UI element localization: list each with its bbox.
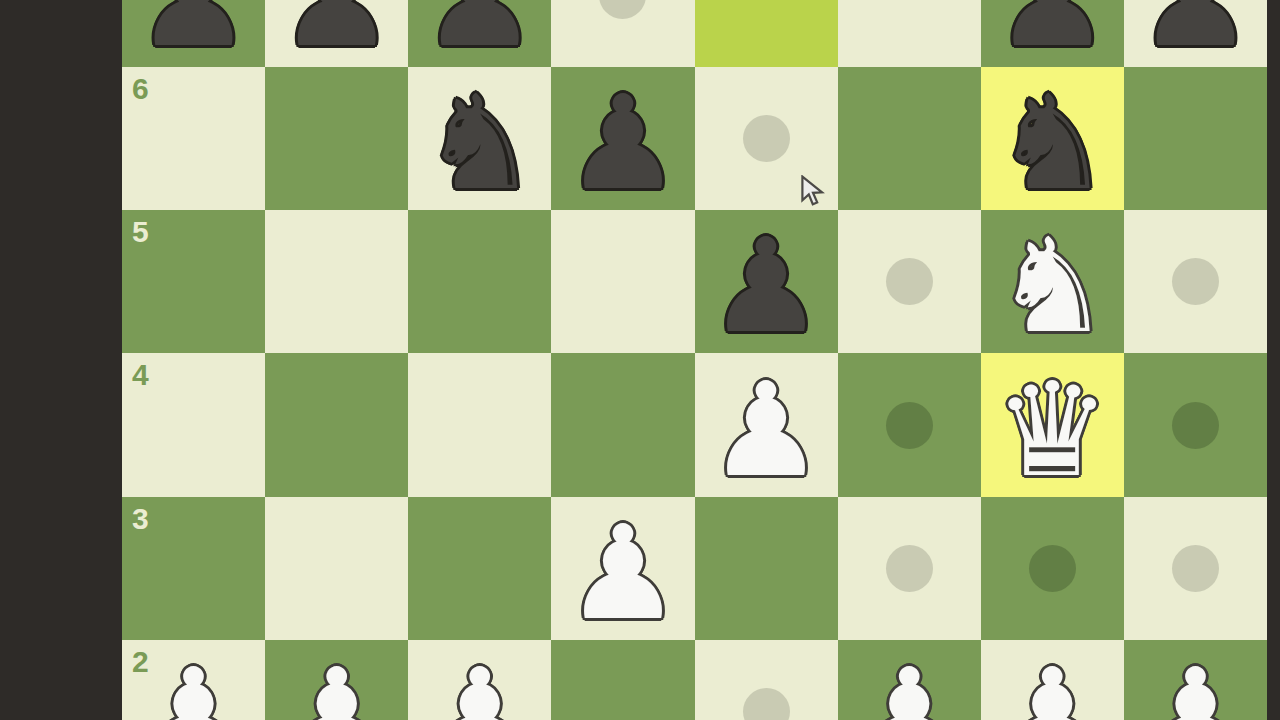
square-g5[interactable]: ♞ — [981, 210, 1124, 353]
white-queen[interactable]: ♛ — [994, 359, 1111, 502]
black-pawn[interactable]: ♟ — [994, 0, 1111, 72]
move-hint-dot[interactable] — [743, 115, 790, 162]
black-pawn[interactable]: ♟ — [565, 72, 682, 215]
square-e2[interactable] — [695, 640, 838, 720]
white-pawn[interactable]: ♟ — [565, 502, 682, 645]
rank-label-4: 4 — [132, 358, 149, 392]
square-b5[interactable] — [265, 210, 408, 353]
square-e5[interactable]: ♟ — [695, 210, 838, 353]
white-pawn[interactable]: ♟ — [135, 645, 252, 720]
left-gutter — [0, 0, 122, 720]
rank-label-3: 3 — [132, 502, 149, 536]
square-d3[interactable]: ♟ — [551, 497, 694, 640]
square-b7[interactable]: ♟ — [265, 0, 408, 67]
square-a4[interactable]: 4 — [122, 353, 265, 496]
move-hint-dot[interactable] — [1029, 545, 1076, 592]
square-e7[interactable] — [695, 0, 838, 67]
square-d4[interactable] — [551, 353, 694, 496]
black-pawn[interactable]: ♟ — [1137, 0, 1254, 72]
square-h4[interactable] — [1124, 353, 1267, 496]
square-g6[interactable]: ♞ — [981, 67, 1124, 210]
move-hint-dot[interactable] — [1172, 258, 1219, 305]
square-f5[interactable] — [838, 210, 981, 353]
square-g7[interactable]: ♟ — [981, 0, 1124, 67]
square-a3[interactable]: 3 — [122, 497, 265, 640]
square-c7[interactable]: ♟ — [408, 0, 551, 67]
move-hint-dot[interactable] — [1172, 402, 1219, 449]
square-f3[interactable] — [838, 497, 981, 640]
square-e3[interactable] — [695, 497, 838, 640]
square-g4[interactable]: ♛ — [981, 353, 1124, 496]
square-a6[interactable]: 6 — [122, 67, 265, 210]
white-pawn[interactable]: ♟ — [422, 645, 539, 720]
square-d7[interactable] — [551, 0, 694, 67]
square-d5[interactable] — [551, 210, 694, 353]
square-b3[interactable] — [265, 497, 408, 640]
move-hint-dot[interactable] — [886, 402, 933, 449]
rank-label-6: 6 — [132, 72, 149, 106]
square-c6[interactable]: ♞ — [408, 67, 551, 210]
mouse-cursor — [800, 175, 828, 207]
square-f7[interactable] — [838, 0, 981, 67]
square-h3[interactable] — [1124, 497, 1267, 640]
square-g3[interactable] — [981, 497, 1124, 640]
white-pawn[interactable]: ♟ — [851, 645, 968, 720]
square-g2[interactable]: ♟ — [981, 640, 1124, 720]
white-knight[interactable]: ♞ — [994, 215, 1111, 358]
move-hint-dot[interactable] — [599, 0, 646, 19]
chess-board[interactable]: 7♟♟♟♟♟6♞♟♞5♟♞4♟♛3♟2♟♟♟♟♟♟ — [122, 0, 1267, 720]
square-a7[interactable]: 7♟ — [122, 0, 265, 67]
square-h6[interactable] — [1124, 67, 1267, 210]
square-c4[interactable] — [408, 353, 551, 496]
square-b2[interactable]: ♟ — [265, 640, 408, 720]
square-d6[interactable]: ♟ — [551, 67, 694, 210]
square-c3[interactable] — [408, 497, 551, 640]
square-e4[interactable]: ♟ — [695, 353, 838, 496]
rank-label-5: 5 — [132, 215, 149, 249]
black-pawn[interactable]: ♟ — [278, 0, 395, 72]
square-c5[interactable] — [408, 210, 551, 353]
move-hint-dot[interactable] — [886, 545, 933, 592]
white-pawn[interactable]: ♟ — [708, 359, 825, 502]
black-pawn[interactable]: ♟ — [135, 0, 252, 72]
white-pawn[interactable]: ♟ — [278, 645, 395, 720]
move-hint-dot[interactable] — [743, 688, 790, 720]
right-gutter — [1267, 0, 1280, 720]
black-knight[interactable]: ♞ — [422, 72, 539, 215]
square-h5[interactable] — [1124, 210, 1267, 353]
square-a5[interactable]: 5 — [122, 210, 265, 353]
white-pawn[interactable]: ♟ — [994, 645, 1111, 720]
square-f6[interactable] — [838, 67, 981, 210]
square-b4[interactable] — [265, 353, 408, 496]
black-pawn[interactable]: ♟ — [422, 0, 539, 72]
square-c2[interactable]: ♟ — [408, 640, 551, 720]
black-pawn[interactable]: ♟ — [708, 215, 825, 358]
rank-label-2: 2 — [132, 645, 149, 679]
square-d2[interactable] — [551, 640, 694, 720]
square-a2[interactable]: 2♟ — [122, 640, 265, 720]
square-h2[interactable]: ♟ — [1124, 640, 1267, 720]
move-hint-dot[interactable] — [1172, 545, 1219, 592]
square-h7[interactable]: ♟ — [1124, 0, 1267, 67]
white-pawn[interactable]: ♟ — [1137, 645, 1254, 720]
black-knight[interactable]: ♞ — [994, 72, 1111, 215]
square-f2[interactable]: ♟ — [838, 640, 981, 720]
square-f4[interactable] — [838, 353, 981, 496]
square-b6[interactable] — [265, 67, 408, 210]
move-hint-dot[interactable] — [886, 258, 933, 305]
